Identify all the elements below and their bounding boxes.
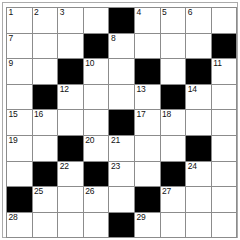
cell-r7c6[interactable] — [135, 162, 161, 188]
clue-number-21: 21 — [111, 136, 120, 145]
cell-r5c3[interactable] — [58, 110, 84, 136]
cell-r3c2[interactable] — [33, 59, 59, 85]
block-r7c7 — [161, 162, 187, 188]
clue-number-18: 18 — [162, 110, 171, 119]
cell-r2c7[interactable] — [161, 34, 187, 60]
cell-r9c9[interactable] — [212, 213, 238, 239]
cell-r2c5[interactable]: 8 — [109, 34, 135, 60]
cell-r2c6[interactable] — [135, 34, 161, 60]
cell-r1c2[interactable]: 2 — [33, 8, 59, 34]
cell-r8c7[interactable]: 27 — [161, 187, 187, 213]
block-r8c1 — [7, 187, 33, 213]
cell-r1c9[interactable] — [212, 8, 238, 34]
cell-r6c6[interactable] — [135, 136, 161, 162]
cell-r5c7[interactable]: 18 — [161, 110, 187, 136]
clue-number-20: 20 — [85, 136, 94, 145]
clue-number-22: 22 — [60, 162, 69, 171]
cell-r1c7[interactable]: 5 — [161, 8, 187, 34]
block-r1c5 — [109, 8, 135, 34]
cell-r8c8[interactable] — [186, 187, 212, 213]
clue-number-1: 1 — [9, 8, 14, 17]
cell-r9c8[interactable] — [186, 213, 212, 239]
cell-r3c9[interactable]: 11 — [212, 59, 238, 85]
cell-r4c1[interactable] — [7, 85, 33, 111]
cell-r9c7[interactable] — [161, 213, 187, 239]
cell-r1c6[interactable]: 4 — [135, 8, 161, 34]
cell-r4c6[interactable]: 13 — [135, 85, 161, 111]
cell-r9c3[interactable] — [58, 213, 84, 239]
cell-r5c6[interactable]: 17 — [135, 110, 161, 136]
cell-r6c9[interactable] — [212, 136, 238, 162]
clue-number-13: 13 — [136, 85, 145, 94]
cell-r5c2[interactable]: 16 — [33, 110, 59, 136]
cell-r8c9[interactable] — [212, 187, 238, 213]
cell-r4c3[interactable]: 12 — [58, 85, 84, 111]
block-r5c5 — [109, 110, 135, 136]
cell-r8c3[interactable] — [58, 187, 84, 213]
clue-number-14: 14 — [188, 85, 197, 94]
clue-number-16: 16 — [34, 110, 43, 119]
cell-r9c4[interactable] — [84, 213, 110, 239]
cell-r5c1[interactable]: 15 — [7, 110, 33, 136]
clue-number-2: 2 — [34, 8, 39, 17]
clue-number-28: 28 — [9, 213, 18, 222]
cell-r5c4[interactable] — [84, 110, 110, 136]
cell-r1c3[interactable]: 3 — [58, 8, 84, 34]
clue-number-10: 10 — [85, 59, 94, 68]
block-r3c6 — [135, 59, 161, 85]
cell-r4c5[interactable] — [109, 85, 135, 111]
cell-r9c2[interactable] — [33, 213, 59, 239]
cell-r6c5[interactable]: 21 — [109, 136, 135, 162]
cell-r1c1[interactable]: 1 — [7, 8, 33, 34]
block-r6c3 — [58, 136, 84, 162]
block-r7c4 — [84, 162, 110, 188]
cell-r5c8[interactable] — [186, 110, 212, 136]
cell-r8c4[interactable]: 26 — [84, 187, 110, 213]
clue-number-4: 4 — [136, 8, 141, 17]
cell-r1c8[interactable]: 6 — [186, 8, 212, 34]
clue-number-27: 27 — [162, 187, 171, 196]
cell-r7c9[interactable] — [212, 162, 238, 188]
cell-r5c9[interactable] — [212, 110, 238, 136]
cell-r9c6[interactable]: 29 — [135, 213, 161, 239]
cell-r3c1[interactable]: 9 — [7, 59, 33, 85]
cell-r7c1[interactable] — [7, 162, 33, 188]
block-r2c9 — [212, 34, 238, 60]
clue-number-8: 8 — [111, 34, 116, 43]
block-r3c8 — [186, 59, 212, 85]
clue-number-12: 12 — [60, 85, 69, 94]
block-r9c5 — [109, 213, 135, 239]
cell-r4c4[interactable] — [84, 85, 110, 111]
clue-number-6: 6 — [188, 8, 193, 17]
clue-number-26: 26 — [85, 187, 94, 196]
cell-r6c1[interactable]: 19 — [7, 136, 33, 162]
cell-r1c4[interactable] — [84, 8, 110, 34]
cell-r6c4[interactable]: 20 — [84, 136, 110, 162]
cell-r2c2[interactable] — [33, 34, 59, 60]
cell-r8c5[interactable] — [109, 187, 135, 213]
clue-number-23: 23 — [111, 162, 120, 171]
clue-number-3: 3 — [60, 8, 65, 17]
clue-number-29: 29 — [136, 213, 145, 222]
cell-r6c7[interactable] — [161, 136, 187, 162]
block-r8c6 — [135, 187, 161, 213]
clue-number-24: 24 — [188, 162, 197, 171]
clue-number-25: 25 — [34, 187, 43, 196]
clue-number-9: 9 — [9, 59, 14, 68]
block-r7c2 — [33, 162, 59, 188]
crossword-page: 1234567891011121314151617181920212223242… — [0, 0, 240, 240]
cell-r2c3[interactable] — [58, 34, 84, 60]
cell-r7c5[interactable]: 23 — [109, 162, 135, 188]
clue-number-15: 15 — [9, 110, 18, 119]
block-r4c2 — [33, 85, 59, 111]
cell-r9c1[interactable]: 28 — [7, 213, 33, 239]
cell-r6c2[interactable] — [33, 136, 59, 162]
cell-r8c2[interactable]: 25 — [33, 187, 59, 213]
block-r2c4 — [84, 34, 110, 60]
clue-number-11: 11 — [213, 59, 221, 68]
block-r3c3 — [58, 59, 84, 85]
clue-number-7: 7 — [9, 34, 14, 43]
clue-number-19: 19 — [9, 136, 18, 145]
cell-r2c8[interactable] — [186, 34, 212, 60]
cell-r7c3[interactable]: 22 — [58, 162, 84, 188]
block-r6c8 — [186, 136, 212, 162]
cell-r3c7[interactable] — [161, 59, 187, 85]
cell-r4c8[interactable]: 14 — [186, 85, 212, 111]
block-r4c7 — [161, 85, 187, 111]
cell-r4c9[interactable] — [212, 85, 238, 111]
cell-r7c8[interactable]: 24 — [186, 162, 212, 188]
clue-number-17: 17 — [136, 110, 145, 119]
clue-number-5: 5 — [162, 8, 167, 17]
cell-r2c1[interactable]: 7 — [7, 34, 33, 60]
cell-r3c5[interactable] — [109, 59, 135, 85]
cell-r3c4[interactable]: 10 — [84, 59, 110, 85]
crossword-grid: 1234567891011121314151617181920212223242… — [6, 7, 237, 238]
